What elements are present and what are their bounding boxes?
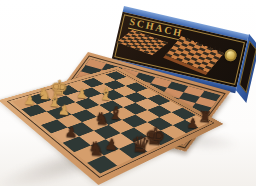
pawn-glyph: ♟ bbox=[186, 117, 199, 130]
black-pawn: ♟ bbox=[51, 128, 78, 143]
black-queen: ♛ bbox=[119, 142, 147, 158]
black-pawn: ♟ bbox=[172, 120, 198, 133]
pawn-glyph: ♟ bbox=[76, 88, 88, 100]
knight-glyph: ♞ bbox=[87, 140, 106, 159]
pawn-glyph: ♟ bbox=[23, 94, 36, 107]
black-knight: ♞ bbox=[82, 117, 108, 131]
queen-glyph: ♛ bbox=[130, 134, 152, 156]
bishop-glyph: ♝ bbox=[98, 87, 114, 103]
white-pawn: ♟ bbox=[65, 91, 88, 102]
pawn-glyph: ♟ bbox=[64, 125, 78, 139]
black-knight: ♞ bbox=[74, 146, 103, 163]
pawn-glyph: ♟ bbox=[58, 104, 71, 117]
pawn-glyph: ♟ bbox=[104, 137, 119, 152]
white-pawn: ♟ bbox=[12, 97, 36, 109]
product-photo-scene: SCHACH ♟♞♚♝♟♟♝♟♞♝♞♟♛♚♟♜ bbox=[0, 0, 256, 186]
knight-glyph: ♞ bbox=[93, 111, 110, 128]
